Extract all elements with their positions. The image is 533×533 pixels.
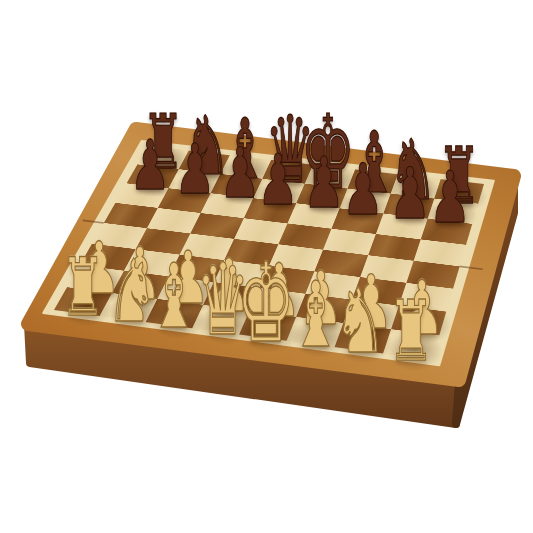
chess-set-photo: ♜♞♝♛♚♝♞♜♟♟♟♟♟♟♟♟♟♟♟♟♟♟♟♟♜♞♝♛♚♝♞♜ (0, 0, 533, 533)
piece-black-pawn-h7[interactable]: ♟ (410, 162, 489, 233)
piece-white-rook-h1[interactable]: ♜ (374, 290, 448, 374)
